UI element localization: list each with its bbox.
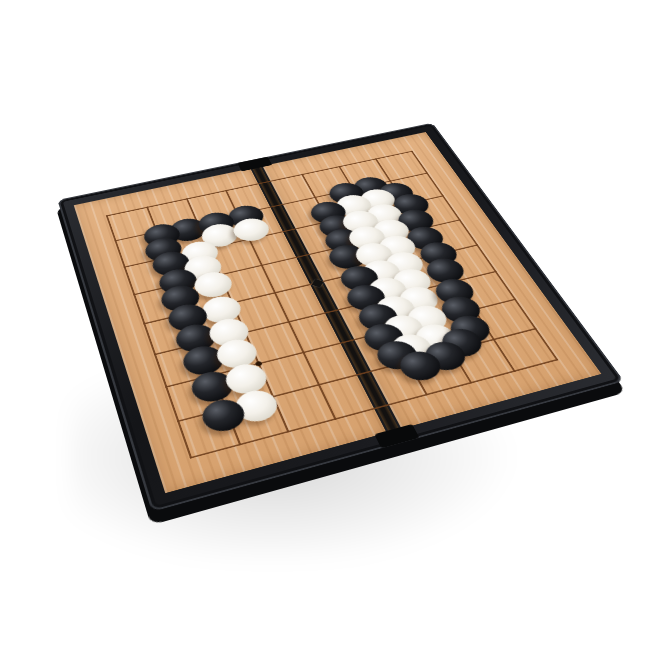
product-photo-stage	[0, 0, 650, 650]
go-board[interactable]	[57, 123, 624, 512]
perspective-container	[0, 0, 650, 650]
